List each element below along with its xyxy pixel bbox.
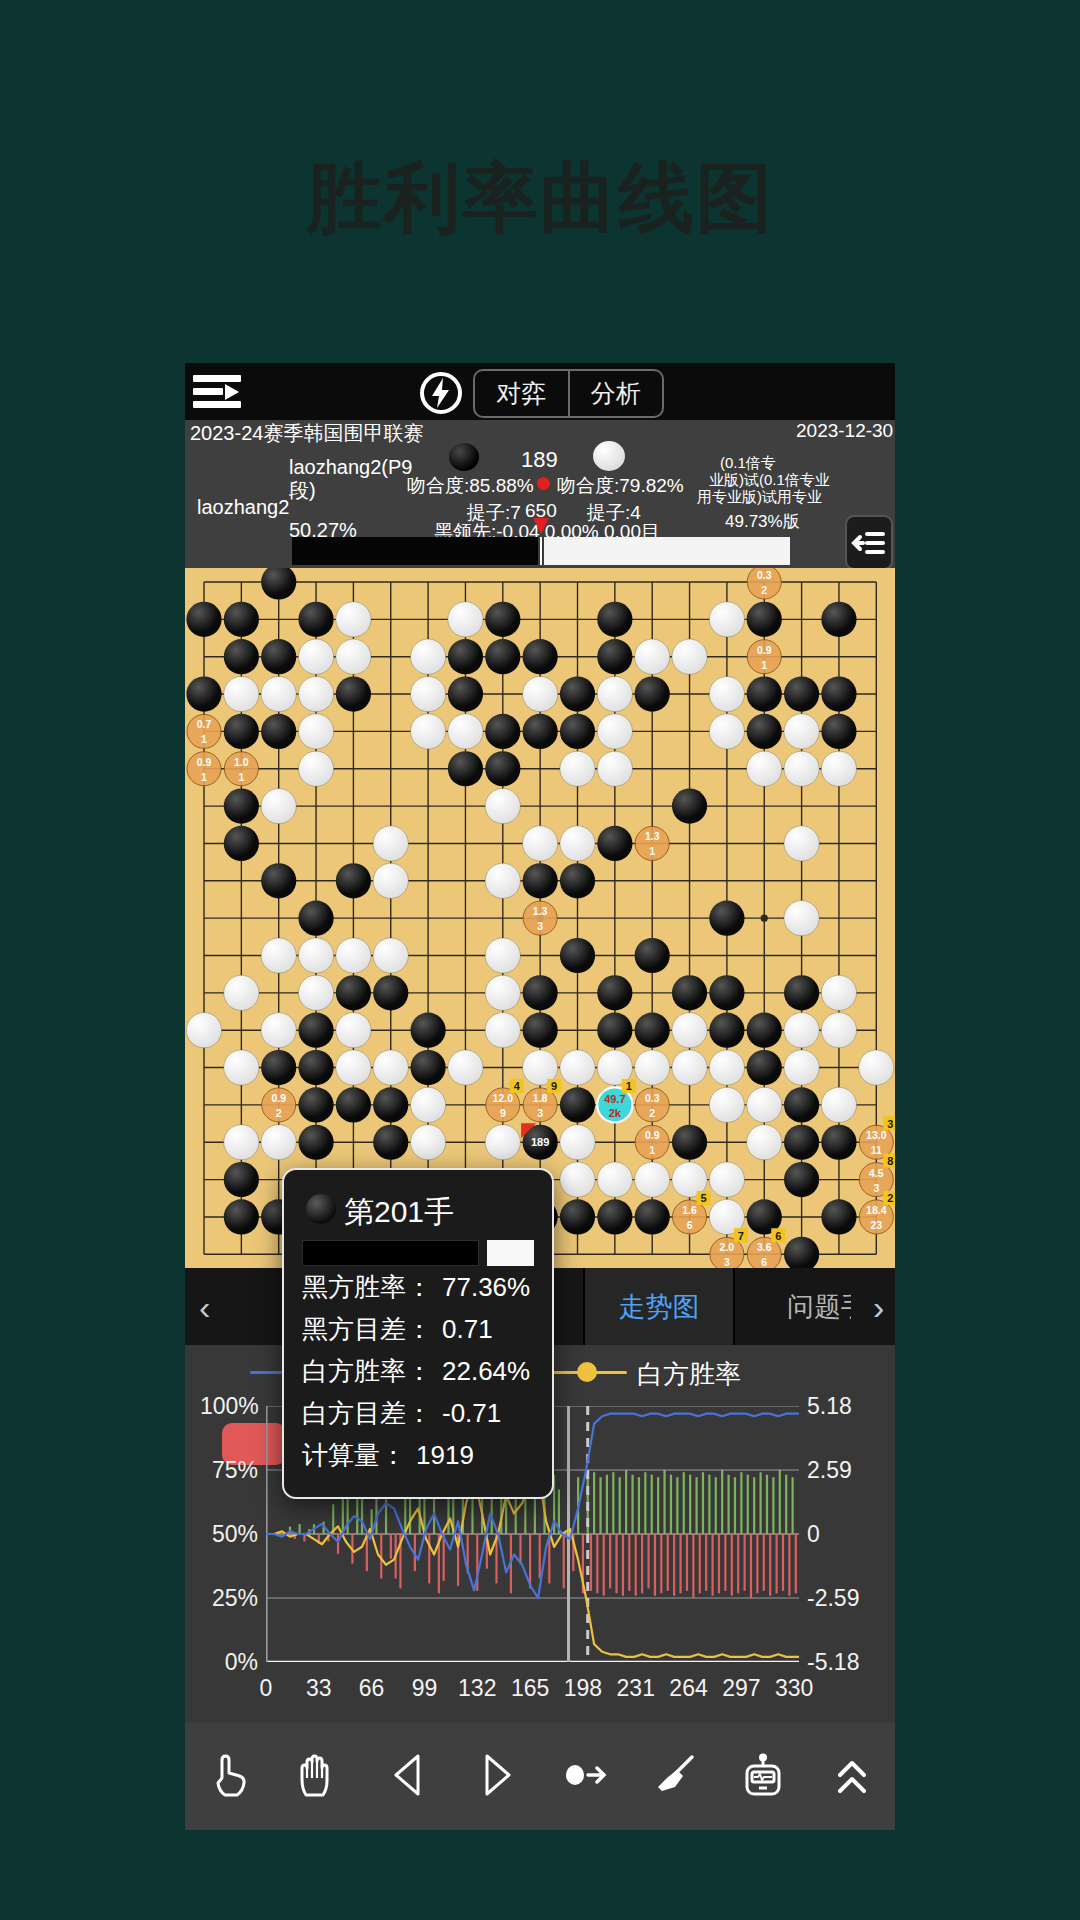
svg-text:3: 3 xyxy=(537,1107,543,1119)
white-winrate-header: 49.73%版 xyxy=(725,510,800,533)
tab-analyze[interactable]: 分析 xyxy=(570,371,663,416)
svg-text:23: 23 xyxy=(870,1219,882,1231)
mode-tabs: 对弈 分析 xyxy=(473,369,664,418)
svg-text:1.6: 1.6 xyxy=(682,1204,697,1216)
svg-text:6: 6 xyxy=(775,1230,781,1242)
svg-text:2: 2 xyxy=(276,1107,282,1119)
move-number: 189 xyxy=(521,447,558,473)
yrlabel-mid2: -2.59 xyxy=(807,1584,887,1612)
tab-problem-moves[interactable]: 问题手 xyxy=(787,1268,851,1345)
white-stone-icon xyxy=(593,441,625,471)
svg-text:4.5: 4.5 xyxy=(869,1167,884,1179)
svg-text:1: 1 xyxy=(201,771,207,783)
stat-computation: 计算量：1919 xyxy=(302,1438,474,1473)
yrlabel-zero: 0 xyxy=(807,1520,887,1548)
lightning-icon[interactable] xyxy=(418,370,464,416)
svg-text:12.0: 12.0 xyxy=(493,1092,514,1104)
xlabel-165: 165 xyxy=(500,1675,560,1702)
svg-text:1.3: 1.3 xyxy=(533,905,548,917)
svg-text:1: 1 xyxy=(626,1080,632,1092)
svg-text:2: 2 xyxy=(887,1192,893,1204)
xlabel-99: 99 xyxy=(394,1675,454,1702)
svg-text:9: 9 xyxy=(500,1107,506,1119)
yrlabel-min: -5.18 xyxy=(807,1648,887,1676)
tabs-prev-chevron-icon[interactable]: ‹ xyxy=(199,1288,210,1327)
svg-text:1.8: 1.8 xyxy=(533,1092,548,1104)
popup-bar-black xyxy=(302,1240,479,1266)
pan-hand-button[interactable] xyxy=(295,1751,343,1799)
svg-text:1: 1 xyxy=(761,659,767,671)
svg-text:3: 3 xyxy=(887,1118,893,1130)
ylabel-25: 25% xyxy=(200,1584,258,1612)
pointer-finger-button[interactable] xyxy=(206,1751,254,1799)
collapse-panel-button[interactable] xyxy=(845,515,893,570)
page-title: 胜利率曲线图 xyxy=(0,148,1080,251)
player-name-full: laozhang2(P9段) xyxy=(289,456,411,502)
xlabel-132: 132 xyxy=(447,1675,507,1702)
svg-text:0.9: 0.9 xyxy=(271,1092,286,1104)
svg-text:2: 2 xyxy=(761,584,767,596)
xlabel-0: 0 xyxy=(236,1675,296,1702)
popup-black-stone-icon xyxy=(306,1194,336,1224)
winrate-bar-tick xyxy=(540,537,542,565)
xlabel-66: 66 xyxy=(342,1675,402,1702)
svg-text:0.9: 0.9 xyxy=(757,644,772,656)
tab-trend-chart[interactable]: 走势图 xyxy=(583,1268,735,1345)
legend-white-dot-icon xyxy=(577,1362,597,1382)
jump-to-move-button[interactable] xyxy=(561,1751,609,1799)
svg-text:7: 7 xyxy=(738,1230,744,1242)
move-info-popup: 第201手 黑方胜率：77.36% 黑方目差：0.71 白方胜率：22.64% … xyxy=(282,1168,554,1499)
stat-white-winrate: 白方胜率：22.64% xyxy=(302,1354,530,1389)
svg-text:11: 11 xyxy=(871,1144,882,1156)
xlabel-198: 198 xyxy=(553,1675,613,1702)
winrate-bar-black xyxy=(292,537,538,565)
xlabel-264: 264 xyxy=(659,1675,719,1702)
svg-text:8: 8 xyxy=(887,1155,893,1167)
svg-text:0.9: 0.9 xyxy=(197,756,212,768)
tab-play[interactable]: 对弈 xyxy=(475,371,570,416)
svg-text:189: 189 xyxy=(531,1136,549,1148)
svg-text:6: 6 xyxy=(687,1219,693,1231)
bottom-toolbar xyxy=(185,1723,895,1830)
stat-black-winrate: 黑方胜率：77.36% xyxy=(302,1270,530,1305)
black-match-rate: 吻合度:85.88% xyxy=(407,473,534,499)
svg-text:0.7: 0.7 xyxy=(197,718,212,730)
svg-text:3: 3 xyxy=(724,1256,730,1268)
svg-text:1.0: 1.0 xyxy=(234,756,249,768)
svg-text:3: 3 xyxy=(873,1182,879,1194)
svg-text:1: 1 xyxy=(649,845,655,857)
xlabel-231: 231 xyxy=(606,1675,666,1702)
xlabel-297: 297 xyxy=(711,1675,771,1702)
ylabel-75: 75% xyxy=(200,1456,258,1484)
ylabel-50: 50% xyxy=(200,1520,258,1548)
svg-text:2: 2 xyxy=(649,1107,655,1119)
svg-text:4: 4 xyxy=(514,1080,521,1092)
popup-move-title: 第201手 xyxy=(344,1192,454,1233)
match-date: 2023-12-30 xyxy=(796,420,893,442)
go-app-window: 对弈 分析 2023-24赛季韩国围甲联赛 2023-12-30 189 lao… xyxy=(185,363,895,1830)
player-name: laozhang2 xyxy=(197,496,289,519)
svg-text:3.6: 3.6 xyxy=(757,1241,772,1253)
legend-white-label: 白方胜率 xyxy=(637,1357,741,1392)
ylabel-100: 100% xyxy=(200,1392,258,1420)
collapse-arrow-icon xyxy=(851,525,887,561)
yrlabel-max: 5.18 xyxy=(807,1392,887,1420)
xlabel-330: 330 xyxy=(764,1675,824,1702)
ylabel-0: 0% xyxy=(200,1648,258,1676)
svg-text:0.3: 0.3 xyxy=(645,1092,660,1104)
prev-move-button[interactable] xyxy=(384,1751,432,1799)
white-match-rate: 吻合度:79.82% xyxy=(557,473,684,499)
go-board[interactable]: 0.710.911.010.320.911.311.330.9212.0941.… xyxy=(185,568,895,1268)
winrate-bar-marker-icon xyxy=(533,518,549,534)
yrlabel-mid1: 2.59 xyxy=(807,1456,887,1484)
svg-text:3: 3 xyxy=(537,920,543,932)
top-bar: 对弈 分析 xyxy=(185,363,895,420)
winrate-progress-bar[interactable] xyxy=(292,537,790,565)
svg-text:1: 1 xyxy=(649,1144,655,1156)
svg-text:13.0: 13.0 xyxy=(866,1129,887,1141)
svg-text:18.4: 18.4 xyxy=(866,1204,887,1216)
xlabel-33: 33 xyxy=(289,1675,349,1702)
tabs-next-chevron-icon[interactable]: › xyxy=(873,1288,884,1327)
clean-broom-button[interactable] xyxy=(650,1751,698,1799)
svg-text:1: 1 xyxy=(238,771,244,783)
stat-black-diff: 黑方目差：0.71 xyxy=(302,1312,493,1347)
svg-text:1: 1 xyxy=(201,733,207,745)
svg-text:5: 5 xyxy=(700,1192,706,1204)
menu-icon[interactable] xyxy=(185,373,255,413)
popup-winrate-bar xyxy=(302,1240,534,1266)
svg-text:0.3: 0.3 xyxy=(757,569,772,581)
black-stone-icon xyxy=(449,443,479,471)
svg-text:9: 9 xyxy=(551,1080,557,1092)
stat-white-diff: 白方目差：-0.71 xyxy=(302,1396,501,1431)
record-dot-icon xyxy=(537,477,550,490)
svg-text:2.0: 2.0 xyxy=(720,1241,735,1253)
license-line3: 用专业版)试用专业 xyxy=(697,488,822,507)
ai-robot-button[interactable] xyxy=(739,1751,787,1799)
svg-text:2k: 2k xyxy=(609,1107,622,1119)
svg-text:6: 6 xyxy=(761,1256,767,1268)
next-move-button[interactable] xyxy=(473,1751,521,1799)
match-info-panel: 2023-24赛季韩国围甲联赛 2023-12-30 189 laozhang2… xyxy=(185,420,895,568)
league-name: 2023-24赛季韩国围甲联赛 xyxy=(190,420,423,447)
expand-chevrons-button[interactable] xyxy=(828,1751,876,1799)
popup-bar-white xyxy=(487,1240,534,1266)
svg-text:49.7: 49.7 xyxy=(604,1093,625,1105)
svg-text:0.9: 0.9 xyxy=(645,1129,660,1141)
svg-text:1.3: 1.3 xyxy=(645,830,660,842)
